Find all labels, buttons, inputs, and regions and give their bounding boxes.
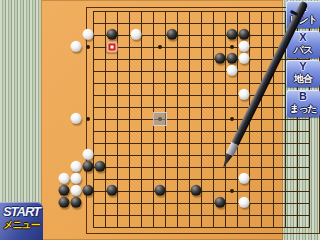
stone-white[interactable]: [239, 89, 250, 100]
stone-white[interactable]: [71, 113, 82, 124]
territory-button-key: Y: [286, 60, 320, 72]
stone-black[interactable]: [215, 197, 226, 208]
hoshi-point: [230, 45, 234, 49]
board-cursor-marker: [153, 112, 167, 126]
start-button-label: メニュー: [0, 219, 43, 231]
stone-black[interactable]: [83, 161, 94, 172]
stone-black[interactable]: [107, 185, 118, 196]
stone-white[interactable]: [71, 185, 82, 196]
pass-button-label: パス: [286, 43, 320, 56]
stone-white[interactable]: [83, 29, 94, 40]
stone-white[interactable]: [239, 41, 250, 52]
stone-white[interactable]: [71, 173, 82, 184]
last-move-red-marker: [107, 42, 118, 53]
stone-white[interactable]: [59, 173, 70, 184]
stone-black[interactable]: [227, 53, 238, 64]
pass-button[interactable]: X パス: [286, 31, 320, 58]
start-menu-button[interactable]: START メニュー: [0, 202, 43, 240]
board-stones-layer: [0, 0, 320, 240]
stone-white[interactable]: [131, 29, 142, 40]
stone-black[interactable]: [59, 185, 70, 196]
hoshi-point: [158, 45, 162, 49]
undo-button-label: まった: [286, 102, 320, 115]
stone-white[interactable]: [71, 41, 82, 52]
stone-black[interactable]: [59, 197, 70, 208]
pass-button-key: X: [286, 31, 320, 43]
stone-black[interactable]: [191, 185, 202, 196]
territory-button-label: 地合: [286, 72, 320, 85]
start-button-key: START: [0, 205, 43, 219]
stone-black[interactable]: [227, 29, 238, 40]
stone-black[interactable]: [155, 185, 166, 196]
stone-white[interactable]: [227, 65, 238, 76]
stone-white[interactable]: [83, 149, 94, 160]
stone-white[interactable]: [239, 53, 250, 64]
hoshi-point: [230, 117, 234, 121]
stone-white[interactable]: [239, 173, 250, 184]
hint-button[interactable]: R ヒント: [286, 1, 320, 28]
stone-black[interactable]: [107, 29, 118, 40]
territory-button[interactable]: Y 地合: [286, 60, 320, 87]
undo-button-key: B: [286, 90, 320, 102]
stone-white[interactable]: [71, 161, 82, 172]
stone-black[interactable]: [71, 197, 82, 208]
stone-black[interactable]: [239, 29, 250, 40]
hoshi-point: [230, 189, 234, 193]
stone-black[interactable]: [215, 53, 226, 64]
hint-button-label: ヒント: [286, 13, 320, 26]
stone-black[interactable]: [95, 161, 106, 172]
game-screen: R ヒント X パス Y 地合 B まった START メニュー: [0, 0, 320, 240]
undo-button[interactable]: B まった: [286, 90, 320, 117]
hint-button-key: R: [286, 1, 320, 13]
stone-white[interactable]: [239, 197, 250, 208]
stone-black[interactable]: [167, 29, 178, 40]
hoshi-point: [86, 45, 90, 49]
stone-black[interactable]: [83, 185, 94, 196]
hoshi-point: [86, 117, 90, 121]
